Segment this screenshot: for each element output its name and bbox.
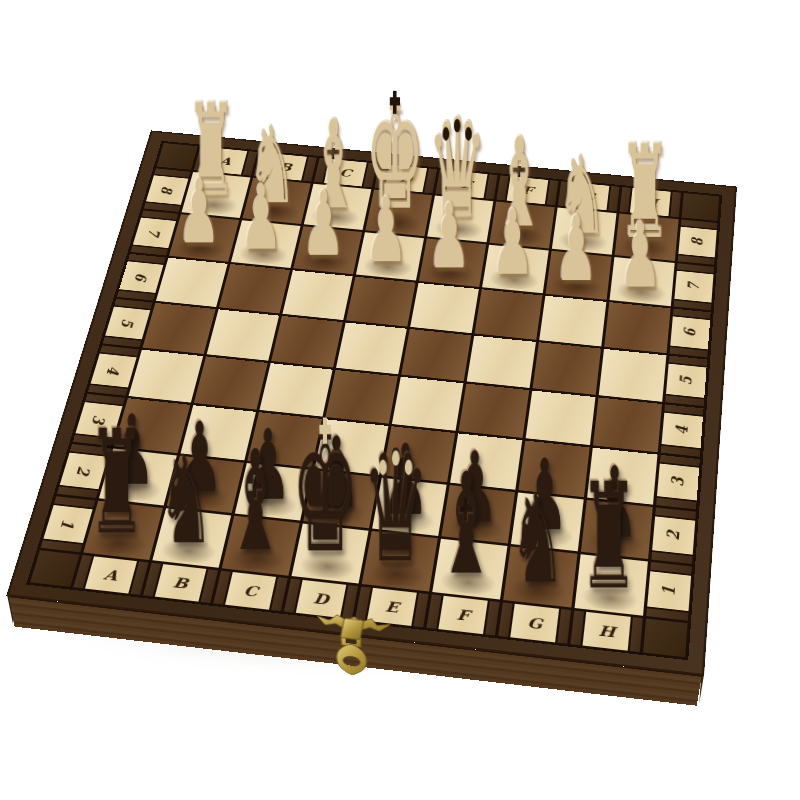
file-label-h-bottom: H <box>598 622 616 641</box>
square-g4[interactable] <box>526 390 596 445</box>
rank-label-4-right: 4 <box>672 425 692 436</box>
square-g5[interactable] <box>533 342 601 395</box>
file-label-b-bottom: B <box>172 574 190 592</box>
rank-label-1-right: 1 <box>659 585 680 597</box>
square-e6[interactable] <box>410 283 479 333</box>
border-corner <box>30 550 79 587</box>
rank-label-7-right: 7 <box>685 282 704 291</box>
pawn-glyph: ♟ <box>491 199 534 288</box>
rank-label-2-right: 2 <box>663 530 684 541</box>
square-d6[interactable] <box>346 277 415 327</box>
square-e5[interactable] <box>401 329 471 381</box>
rank-label-6-right: 6 <box>681 328 700 338</box>
file-label-d-bottom: D <box>312 590 330 608</box>
square-h4[interactable] <box>593 397 662 452</box>
board-frame: ABCDEFGH8♜♞♝♚♛♝♞♜87♟♟♟♟♟♟♟♟7665544332♟♟♟… <box>6 130 736 675</box>
rank-label-8-right: 8 <box>688 237 707 246</box>
square-c5[interactable] <box>271 316 343 368</box>
board-grid: ABCDEFGH8♜♞♝♚♛♝♞♜87♟♟♟♟♟♟♟♟7665544332♟♟♟… <box>26 141 722 660</box>
queen-ball-finials <box>454 119 461 133</box>
file-label-c-bottom: C <box>242 582 259 600</box>
square-h7[interactable]: ♟ <box>610 257 675 306</box>
rank-label-3-right: 3 <box>668 476 689 487</box>
square-f6[interactable] <box>475 289 543 339</box>
piece-white-pawn-h7[interactable]: ♟ <box>594 252 686 301</box>
rank-label-5-left: 5 <box>118 318 139 328</box>
square-h5[interactable] <box>599 349 667 402</box>
queen-ball-finials <box>392 450 400 465</box>
square-f4[interactable] <box>459 384 530 438</box>
pawn-glyph: ♟ <box>555 205 598 295</box>
file-label-cell: H <box>570 611 642 652</box>
square-f5[interactable] <box>467 336 536 388</box>
border-corner <box>643 619 688 657</box>
rank-label-cell: 6 <box>670 309 711 358</box>
pawn-glyph: ♟ <box>240 174 283 263</box>
pawn-glyph: ♟ <box>178 168 221 256</box>
square-g6[interactable] <box>539 296 606 347</box>
chess-board: ABCDEFGH8♜♞♝♚♛♝♞♜87♟♟♟♟♟♟♟♟7665544332♟♟♟… <box>6 130 736 675</box>
file-label-f-bottom: F <box>456 606 471 624</box>
king-cross-finial <box>366 90 425 120</box>
square-a6[interactable] <box>156 258 228 307</box>
square-b5[interactable] <box>207 309 279 360</box>
square-c6[interactable] <box>282 270 352 320</box>
file-label-g-bottom: G <box>526 614 543 632</box>
rook-glyph: ♜ <box>580 462 639 609</box>
photo-stage: ABCDEFGH8♜♞♝♚♛♝♞♜87♟♟♟♟♟♟♟♟7665544332♟♟♟… <box>0 0 800 800</box>
pawn-glyph: ♟ <box>619 211 663 301</box>
pawn-glyph: ♟ <box>428 193 471 282</box>
pawn-glyph: ♟ <box>302 180 345 269</box>
rank-label-4-left: 4 <box>103 365 124 375</box>
square-a5[interactable] <box>142 303 215 354</box>
square-h6[interactable] <box>604 302 670 353</box>
king-cross-finial <box>292 416 360 450</box>
rank-label-cell: 4 <box>661 404 704 456</box>
rank-label-cell: 5 <box>665 356 707 406</box>
file-label-e-bottom: E <box>384 598 400 616</box>
rank-label-5-right: 5 <box>676 376 696 386</box>
rank-label-6-left: 6 <box>131 272 151 281</box>
scene: ABCDEFGH8♜♞♝♚♛♝♞♜87♟♟♟♟♟♟♟♟7665544332♟♟♟… <box>78 54 721 697</box>
square-h1[interactable]: ♜ <box>575 554 648 616</box>
pawn-glyph: ♟ <box>365 186 408 275</box>
file-label-a-bottom: A <box>102 566 120 584</box>
piece-black-rook-h1[interactable]: ♜ <box>557 544 660 609</box>
square-d5[interactable] <box>336 322 407 374</box>
square-b6[interactable] <box>219 264 290 313</box>
